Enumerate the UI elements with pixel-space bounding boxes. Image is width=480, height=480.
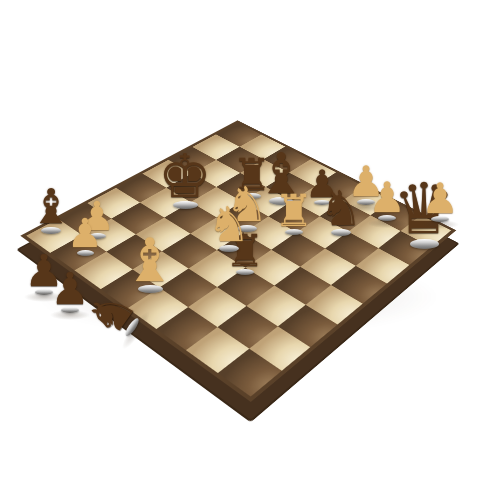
board-wrap xyxy=(20,120,456,402)
product-photo: ♚♜♝♝♟♞♛♜♞♞♜♟♟♝♟♟♞♟♟♟ xyxy=(0,0,480,480)
scene xyxy=(0,0,480,480)
chess-board xyxy=(20,120,456,402)
